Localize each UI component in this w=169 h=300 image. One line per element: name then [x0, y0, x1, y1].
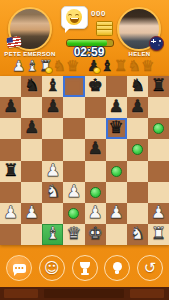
ad-banner-strip: [0, 287, 169, 300]
white-pawn-h2: ♟: [151, 204, 166, 221]
legal-move-dot[interactable]: [132, 144, 143, 155]
captured-white-queen-placeholder: ♛: [66, 58, 79, 75]
capture-count-badge: [45, 67, 53, 75]
square-f2[interactable]: ♟: [106, 203, 127, 224]
laughing-emoji-icon: [66, 9, 82, 25]
captured-black-queen-placeholder: ♛: [141, 58, 154, 75]
square-d5[interactable]: [63, 139, 84, 160]
smiley-icon: ☺: [44, 261, 60, 276]
square-h2[interactable]: ♟: [148, 203, 169, 224]
black-pawn-c7: ♟: [45, 98, 60, 115]
black-rook-h8: ♜: [151, 77, 166, 94]
square-c5[interactable]: [42, 139, 63, 160]
square-c3[interactable]: ♞: [42, 182, 63, 203]
square-d2[interactable]: [63, 203, 84, 224]
black-knight-g8: ♞: [130, 77, 145, 94]
square-h1[interactable]: ♜: [148, 224, 169, 245]
square-f7[interactable]: ♟: [106, 97, 127, 118]
square-a2[interactable]: ♟: [0, 203, 21, 224]
captured-white-pieces-tray: ♟♝♜♞♛: [12, 58, 79, 75]
square-h6[interactable]: [148, 118, 169, 139]
black-pawn-g7: ♟: [130, 98, 145, 115]
square-b6[interactable]: ♟: [21, 118, 42, 139]
square-b5[interactable]: [21, 139, 42, 160]
square-c1[interactable]: ♝: [42, 224, 63, 245]
square-h3[interactable]: [148, 182, 169, 203]
white-pawn-d3: ♟: [66, 183, 81, 200]
bottom-toolbar: ☺↺: [0, 252, 169, 284]
square-g3[interactable]: [127, 182, 148, 203]
white-pawn-f2: ♟: [109, 204, 124, 221]
square-f4[interactable]: [106, 161, 127, 182]
square-h7[interactable]: [148, 97, 169, 118]
white-pawn-c4: ♟: [45, 162, 60, 179]
square-f8[interactable]: [106, 76, 127, 97]
square-a8[interactable]: [0, 76, 21, 97]
black-pawn-b6: ♟: [24, 119, 39, 136]
player2-flag-icon: [149, 36, 164, 51]
white-king-e1: ♚: [87, 225, 102, 242]
square-b7[interactable]: [21, 97, 42, 118]
black-pawn-e5: ♟: [87, 140, 102, 157]
legal-move-dot[interactable]: [111, 166, 122, 177]
black-bishop-c8: ♝: [45, 77, 60, 94]
square-g4[interactable]: [127, 161, 148, 182]
chess-board[interactable]: ♞♝♚♞♜♟♟♟♟♟♛♟♜♟♞♟♟♟♟♟♟♝♛♚♞♜: [0, 76, 169, 245]
square-h8[interactable]: ♜: [148, 76, 169, 97]
black-king-e8: ♚: [87, 77, 102, 94]
black-pawn-a7: ♟: [3, 98, 18, 115]
square-g6[interactable]: [127, 118, 148, 139]
captured-white-bishop: ♝: [26, 58, 39, 75]
white-queen-d1: ♛: [66, 225, 81, 242]
square-f3[interactable]: [106, 182, 127, 203]
square-g1[interactable]: ♞: [127, 224, 148, 245]
square-f6[interactable]: ♛: [106, 118, 127, 139]
square-h5[interactable]: [148, 139, 169, 160]
cash-stack-icon: [96, 21, 112, 36]
square-e5[interactable]: ♟: [85, 139, 106, 160]
captured-black-rook-placeholder: ♜: [114, 58, 127, 75]
chess-app-screen: PETE EMERSON HELEN 000 02:59 ♟♝♜♞♛ ♟♝♜♞♛…: [0, 0, 169, 300]
square-a7[interactable]: ♟: [0, 97, 21, 118]
square-a1[interactable]: [0, 224, 21, 245]
square-h4[interactable]: [148, 161, 169, 182]
capture-count-badge: [93, 67, 101, 75]
coins-count: 000: [91, 9, 106, 18]
black-pawn-f7: ♟: [109, 98, 124, 115]
square-c2[interactable]: [42, 203, 63, 224]
square-a5[interactable]: [0, 139, 21, 160]
square-e8[interactable]: ♚: [85, 76, 106, 97]
square-f5[interactable]: [106, 139, 127, 160]
square-c8[interactable]: ♝: [42, 76, 63, 97]
cup-icon: [80, 262, 90, 269]
legal-move-dot[interactable]: [153, 123, 164, 134]
square-a3[interactable]: [0, 182, 21, 203]
emoji-button[interactable]: ☺: [39, 255, 65, 281]
hint-button[interactable]: [104, 255, 130, 281]
square-g7[interactable]: ♟: [127, 97, 148, 118]
square-b1[interactable]: [21, 224, 42, 245]
chat-button[interactable]: [6, 255, 32, 281]
chat-bubble-icon: [13, 264, 26, 273]
square-a6[interactable]: [0, 118, 21, 139]
square-d7[interactable]: [63, 97, 84, 118]
white-knight-c3: ♞: [45, 183, 60, 200]
trophy-button[interactable]: [72, 255, 98, 281]
captured-white-knight-placeholder: ♞: [53, 58, 66, 75]
emoji-chat-button[interactable]: [61, 6, 88, 29]
legal-move-dot[interactable]: [68, 208, 79, 219]
undo-icon: ↺: [144, 261, 157, 276]
square-c4[interactable]: ♟: [42, 161, 63, 182]
square-e1[interactable]: ♚: [85, 224, 106, 245]
white-bishop-c1: ♝: [45, 225, 60, 242]
black-knight-b8: ♞: [24, 77, 39, 94]
legal-move-dot[interactable]: [90, 187, 101, 198]
white-pawn-e2: ♟: [87, 204, 102, 221]
square-e2[interactable]: ♟: [85, 203, 106, 224]
captured-black-pawn: ♟: [87, 58, 100, 75]
captured-white-pawn: ♟: [12, 58, 25, 75]
square-g8[interactable]: ♞: [127, 76, 148, 97]
captured-black-knight-placeholder: ♞: [128, 58, 141, 75]
square-e3[interactable]: [85, 182, 106, 203]
square-e4[interactable]: [85, 161, 106, 182]
square-d6[interactable]: [63, 118, 84, 139]
square-d4[interactable]: [63, 161, 84, 182]
square-g5[interactable]: [127, 139, 148, 160]
square-e7[interactable]: [85, 97, 106, 118]
square-b4[interactable]: [21, 161, 42, 182]
square-e6[interactable]: [85, 118, 106, 139]
square-c6[interactable]: [42, 118, 63, 139]
square-d1[interactable]: ♛: [63, 224, 84, 245]
black-rook-a4: ♜: [3, 162, 18, 179]
square-a4[interactable]: ♜: [0, 161, 21, 182]
bulb-icon: [113, 262, 122, 271]
black-queen-f6: ♛: [109, 119, 124, 136]
square-c7[interactable]: ♟: [42, 97, 63, 118]
captured-black-pieces-tray: ♟♝♜♞♛: [87, 58, 154, 75]
square-b8[interactable]: ♞: [21, 76, 42, 97]
captured-black-bishop: ♝: [101, 58, 114, 75]
white-pawn-a2: ♟: [3, 204, 18, 221]
white-knight-g1: ♞: [130, 225, 145, 242]
undo-button[interactable]: ↺: [137, 255, 163, 281]
player1-flag-icon: [6, 36, 21, 48]
square-f1[interactable]: [106, 224, 127, 245]
square-g2[interactable]: [127, 203, 148, 224]
white-pawn-b2: ♟: [24, 204, 39, 221]
square-d8[interactable]: [63, 76, 84, 97]
square-b3[interactable]: [21, 182, 42, 203]
captured-white-rook: ♜: [39, 58, 52, 75]
square-d3[interactable]: ♟: [63, 182, 84, 203]
white-rook-h1: ♜: [151, 225, 166, 242]
square-b2[interactable]: ♟: [21, 203, 42, 224]
